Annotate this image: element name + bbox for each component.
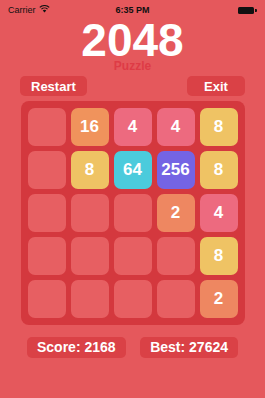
board[interactable]: 1644886425682482	[21, 101, 245, 325]
exit-button[interactable]: Exit	[187, 76, 245, 96]
score-badge: Score: 2168	[27, 337, 126, 358]
tile-2: 2	[157, 194, 195, 232]
best-badge: Best: 27624	[140, 337, 238, 358]
empty-cell	[71, 280, 109, 318]
restart-button[interactable]: Restart	[20, 76, 87, 96]
empty-cell	[157, 280, 195, 318]
empty-cell	[28, 280, 66, 318]
tile-8: 8	[200, 237, 238, 275]
wifi-icon	[39, 5, 50, 15]
empty-cell	[28, 108, 66, 146]
empty-cell	[157, 237, 195, 275]
battery-icon	[238, 7, 257, 14]
tile-8: 8	[200, 151, 238, 189]
status-bar: Carrier 6:35 PM	[0, 0, 265, 20]
carrier-label: Carrier	[8, 5, 36, 15]
tile-4: 4	[157, 108, 195, 146]
empty-cell	[71, 194, 109, 232]
tile-16: 16	[71, 108, 109, 146]
app-title: 2048	[0, 21, 265, 59]
empty-cell	[71, 237, 109, 275]
empty-cell	[28, 194, 66, 232]
tile-4: 4	[114, 108, 152, 146]
empty-cell	[28, 151, 66, 189]
controls-row: Restart Exit	[0, 76, 265, 96]
tile-4: 4	[200, 194, 238, 232]
score-row: Score: 2168 Best: 27624	[0, 337, 265, 358]
empty-cell	[114, 237, 152, 275]
tile-8: 8	[71, 151, 109, 189]
empty-cell	[114, 194, 152, 232]
tile-8: 8	[200, 108, 238, 146]
tile-2: 2	[200, 280, 238, 318]
empty-cell	[28, 237, 66, 275]
tile-64: 64	[114, 151, 152, 189]
empty-cell	[114, 280, 152, 318]
tile-256: 256	[157, 151, 195, 189]
app-subtitle: Puzzle	[0, 59, 265, 73]
